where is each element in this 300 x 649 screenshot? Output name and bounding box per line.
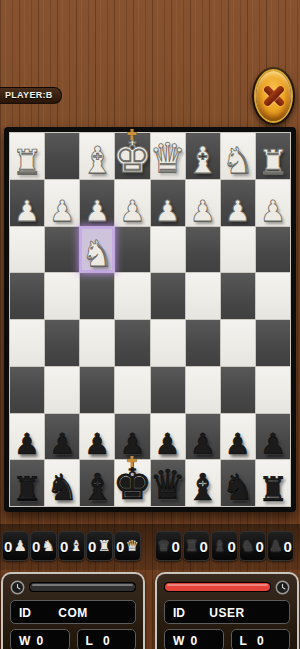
white-rook: ♜ [258, 145, 288, 179]
white-pawn: ♟ [84, 197, 110, 226]
black-pawn: ♟ [225, 430, 251, 459]
com-wins-box: W 0 [10, 629, 70, 649]
black-pawn: ♟ [155, 430, 181, 459]
square-e6[interactable] [115, 367, 149, 413]
captured-tray-black: ♛0♜0♝0♞0♟0 [155, 531, 294, 561]
com-time-row [10, 580, 136, 594]
square-h1[interactable]: ♜ [10, 133, 44, 179]
white-knight: ♞ [222, 143, 254, 179]
square-a7[interactable]: ♟ [256, 414, 290, 460]
captured-count-value: 0 [256, 538, 264, 555]
user-time-fill [165, 583, 270, 591]
board-grid: ♜♝♚♛♝♞♜♟♟♟♟♟♟♟♟♞♟♟♟♟♟♟♟♟♜♞♝♚♛♝♞♜ [10, 133, 290, 506]
square-e3[interactable] [115, 227, 149, 273]
white-pawn: ♟ [155, 197, 181, 226]
captured-counter-white-knight: 0♞ [30, 531, 57, 561]
white-rook-icon: ♜ [97, 539, 110, 554]
com-score-row: W 0 L 0 [10, 629, 136, 649]
clock-icon [275, 580, 290, 595]
black-pawn: ♟ [190, 430, 216, 459]
square-c2[interactable]: ♟ [186, 180, 220, 226]
square-c8[interactable]: ♝ [186, 460, 220, 506]
square-f4[interactable] [80, 273, 114, 319]
square-d5[interactable] [151, 320, 185, 366]
square-b3[interactable] [221, 227, 255, 273]
captured-counter-black-knight: ♞0 [239, 531, 266, 561]
captured-tray-white: 0♟0♞0♝0♜0♛ [2, 531, 141, 561]
square-f5[interactable] [80, 320, 114, 366]
square-b6[interactable] [221, 367, 255, 413]
square-g3[interactable] [45, 227, 79, 273]
chess-app-screen: PLAYER:B ♜♝♚♛♝♞♜♟♟♟♟♟♟♟♟♞♟♟♟♟♟♟♟♟♜♞♝♚♛♝♞… [0, 0, 300, 649]
com-id-value: COM [11, 606, 135, 620]
square-g7[interactable]: ♟ [45, 414, 79, 460]
com-id-box: ID COM [10, 600, 136, 624]
com-losses-box: L 0 [77, 629, 137, 649]
captured-count-value: 0 [32, 538, 40, 555]
square-e5[interactable] [115, 320, 149, 366]
square-f8[interactable]: ♝ [80, 460, 114, 506]
close-button[interactable] [252, 67, 295, 125]
white-pawn: ♟ [119, 197, 145, 226]
black-rook-icon: ♜ [185, 539, 198, 554]
square-b1[interactable]: ♞ [221, 133, 255, 179]
square-b4[interactable] [221, 273, 255, 319]
black-pawn: ♟ [260, 430, 286, 459]
black-pawn-icon: ♟ [269, 539, 282, 554]
com-wins-value: 0 [11, 634, 69, 648]
black-king: ♚ [113, 462, 152, 506]
square-c6[interactable] [186, 367, 220, 413]
square-e8[interactable]: ♚ [115, 460, 149, 506]
white-pawn: ♟ [49, 197, 75, 226]
square-h6[interactable] [10, 367, 44, 413]
square-h2[interactable]: ♟ [10, 180, 44, 226]
captured-count-value: 0 [60, 538, 68, 555]
square-f7[interactable]: ♟ [80, 414, 114, 460]
square-b8[interactable]: ♞ [221, 460, 255, 506]
square-c1[interactable]: ♝ [186, 133, 220, 179]
square-g1[interactable] [45, 133, 79, 179]
square-a3[interactable] [256, 227, 290, 273]
square-e2[interactable]: ♟ [115, 180, 149, 226]
square-h5[interactable] [10, 320, 44, 366]
square-d1[interactable]: ♛ [151, 133, 185, 179]
captured-count-value: 0 [116, 538, 124, 555]
user-id-box: ID USER [164, 600, 290, 624]
square-e7[interactable]: ♟ [115, 414, 149, 460]
square-d7[interactable]: ♟ [151, 414, 185, 460]
black-bishop: ♝ [186, 469, 219, 506]
white-king: ♚ [113, 135, 152, 179]
user-time-bar [164, 582, 271, 592]
black-pawn: ♟ [119, 430, 145, 459]
black-queen-icon: ♛ [157, 539, 170, 554]
clock-icon [10, 580, 25, 595]
white-bishop: ♝ [186, 142, 219, 179]
white-knight: ♞ [81, 236, 113, 272]
white-pawn-icon: ♟ [13, 539, 26, 554]
black-pawn: ♟ [84, 430, 110, 459]
white-knight-icon: ♞ [41, 539, 54, 554]
square-d8[interactable]: ♛ [151, 460, 185, 506]
square-c7[interactable]: ♟ [186, 414, 220, 460]
user-panel: ID USER W 0 L 0 [155, 572, 299, 649]
player-turn-label: PLAYER:B [0, 87, 62, 104]
captured-count-value: 0 [284, 538, 292, 555]
white-bishop-icon: ♝ [69, 539, 82, 554]
user-losses-value: 0 [232, 634, 290, 648]
user-wins-value: 0 [165, 634, 223, 648]
black-knight: ♞ [46, 470, 78, 506]
king-gold-cross-icon [131, 456, 134, 467]
com-time-bar [29, 582, 136, 592]
square-f1[interactable]: ♝ [80, 133, 114, 179]
square-b2[interactable]: ♟ [221, 180, 255, 226]
captured-counter-black-bishop: ♝0 [211, 531, 238, 561]
captured-counter-white-pawn: 0♟ [2, 531, 29, 561]
com-losses-value: 0 [78, 634, 136, 648]
square-a8[interactable]: ♜ [256, 460, 290, 506]
square-a6[interactable] [256, 367, 290, 413]
square-h7[interactable]: ♟ [10, 414, 44, 460]
captured-count-value: 0 [172, 538, 180, 555]
user-id-value: USER [165, 606, 289, 620]
square-e4[interactable] [115, 273, 149, 319]
square-g8[interactable]: ♞ [45, 460, 79, 506]
square-a1[interactable]: ♜ [256, 133, 290, 179]
square-a5[interactable] [256, 320, 290, 366]
captured-counter-black-pawn: ♟0 [267, 531, 294, 561]
captured-counter-black-rook: ♜0 [183, 531, 210, 561]
black-pawn: ♟ [49, 430, 75, 459]
white-pawn: ♟ [260, 197, 286, 226]
captured-count-value: 0 [4, 538, 12, 555]
square-g5[interactable] [45, 320, 79, 366]
square-a4[interactable] [256, 273, 290, 319]
user-wins-box: W 0 [164, 629, 224, 649]
captured-counter-white-queen: 0♛ [114, 531, 141, 561]
chess-board: ♜♝♚♛♝♞♜♟♟♟♟♟♟♟♟♞♟♟♟♟♟♟♟♟♜♞♝♚♛♝♞♜ [4, 127, 296, 512]
black-bishop: ♝ [81, 469, 114, 506]
captured-counter-white-rook: 0♜ [86, 531, 113, 561]
square-d6[interactable] [151, 367, 185, 413]
square-h8[interactable]: ♜ [10, 460, 44, 506]
square-f2[interactable]: ♟ [80, 180, 114, 226]
king-gold-cross-icon [131, 129, 134, 140]
captured-count-value: 0 [228, 538, 236, 555]
square-b5[interactable] [221, 320, 255, 366]
square-h4[interactable] [10, 273, 44, 319]
black-queen: ♛ [149, 465, 186, 506]
user-losses-box: L 0 [231, 629, 291, 649]
white-queen: ♛ [149, 138, 186, 179]
square-e1[interactable]: ♚ [115, 133, 149, 179]
black-bishop-icon: ♝ [213, 539, 226, 554]
white-bishop: ♝ [81, 142, 114, 179]
square-c3[interactable] [186, 227, 220, 273]
com-panel: ID COM W 0 L 0 [1, 572, 145, 649]
square-g2[interactable]: ♟ [45, 180, 79, 226]
captured-count-value: 0 [200, 538, 208, 555]
black-knight-icon: ♞ [241, 539, 254, 554]
user-time-row [164, 580, 290, 594]
square-d2[interactable]: ♟ [151, 180, 185, 226]
captured-counter-black-queen: ♛0 [155, 531, 182, 561]
black-rook: ♜ [258, 472, 288, 506]
black-knight: ♞ [222, 470, 254, 506]
square-f6[interactable] [80, 367, 114, 413]
captured-counter-white-bishop: 0♝ [58, 531, 85, 561]
user-score-row: W 0 L 0 [164, 629, 290, 649]
captured-count-value: 0 [88, 538, 96, 555]
square-c4[interactable] [186, 273, 220, 319]
square-d4[interactable] [151, 273, 185, 319]
white-rook: ♜ [12, 145, 42, 179]
com-time-fill [30, 583, 135, 591]
square-h3[interactable] [10, 227, 44, 273]
black-pawn: ♟ [14, 430, 40, 459]
square-a2[interactable]: ♟ [256, 180, 290, 226]
square-f3[interactable]: ♞ [80, 227, 114, 273]
black-rook: ♜ [12, 472, 42, 506]
square-g6[interactable] [45, 367, 79, 413]
white-pawn: ♟ [14, 197, 40, 226]
square-c5[interactable] [186, 320, 220, 366]
white-queen-icon: ♛ [125, 539, 138, 554]
white-pawn: ♟ [225, 197, 251, 226]
square-g4[interactable] [45, 273, 79, 319]
square-d3[interactable] [151, 227, 185, 273]
square-b7[interactable]: ♟ [221, 414, 255, 460]
white-pawn: ♟ [190, 197, 216, 226]
